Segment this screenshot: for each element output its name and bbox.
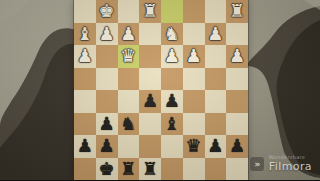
statue-silhouette-right bbox=[244, 0, 320, 180]
square-b2[interactable]: ♟ bbox=[205, 23, 227, 46]
black-rook: ♜ bbox=[139, 158, 161, 181]
white-pawn: ♟ bbox=[74, 45, 96, 68]
square-e1[interactable]: ♜ bbox=[139, 0, 161, 23]
square-h1[interactable] bbox=[74, 0, 96, 23]
white-rook: ♜ bbox=[139, 0, 161, 23]
black-bishop: ♝ bbox=[161, 113, 183, 136]
white-queen: ♛ bbox=[118, 45, 140, 68]
square-e3[interactable] bbox=[139, 45, 161, 68]
white-knight: ♞ bbox=[161, 23, 183, 46]
square-f6[interactable]: ♞ bbox=[118, 113, 140, 136]
square-d1[interactable] bbox=[161, 0, 183, 23]
square-c7[interactable]: ♛ bbox=[183, 135, 205, 158]
square-d6[interactable]: ♝ bbox=[161, 113, 183, 136]
square-a5[interactable] bbox=[226, 90, 248, 113]
square-d5[interactable]: ♟ bbox=[161, 90, 183, 113]
video-frame: ♚♜♜♝♟♟♞♟♟♛♟♟♟♟♟♟♞♝♟♟♛♟♟♚♜♜ » Wondershare… bbox=[0, 0, 320, 180]
square-e6[interactable] bbox=[139, 113, 161, 136]
double-chevron-icon: » bbox=[250, 157, 264, 171]
black-knight: ♞ bbox=[118, 113, 140, 136]
white-pawn: ♟ bbox=[161, 45, 183, 68]
square-a8[interactable] bbox=[226, 158, 248, 181]
square-c5[interactable] bbox=[183, 90, 205, 113]
square-g7[interactable]: ♟ bbox=[96, 135, 118, 158]
square-e7[interactable] bbox=[139, 135, 161, 158]
white-king: ♚ bbox=[96, 0, 118, 23]
square-f4[interactable] bbox=[118, 68, 140, 91]
square-a3[interactable]: ♟ bbox=[226, 45, 248, 68]
watermark-text: Wondershare Filmora bbox=[269, 155, 312, 172]
white-bishop: ♝ bbox=[74, 23, 96, 46]
square-f7[interactable] bbox=[118, 135, 140, 158]
square-e5[interactable]: ♟ bbox=[139, 90, 161, 113]
black-pawn: ♟ bbox=[96, 135, 118, 158]
square-c2[interactable] bbox=[183, 23, 205, 46]
square-h4[interactable] bbox=[74, 68, 96, 91]
white-pawn: ♟ bbox=[183, 45, 205, 68]
statue-silhouette-left bbox=[0, 0, 76, 180]
square-f3[interactable]: ♛ bbox=[118, 45, 140, 68]
square-d8[interactable] bbox=[161, 158, 183, 181]
white-pawn: ♟ bbox=[118, 23, 140, 46]
black-pawn: ♟ bbox=[139, 90, 161, 113]
square-f2[interactable]: ♟ bbox=[118, 23, 140, 46]
black-pawn: ♟ bbox=[96, 113, 118, 136]
white-rook: ♜ bbox=[226, 0, 248, 23]
square-f8[interactable]: ♜ bbox=[118, 158, 140, 181]
square-h6[interactable] bbox=[74, 113, 96, 136]
square-d4[interactable] bbox=[161, 68, 183, 91]
black-rook: ♜ bbox=[118, 158, 140, 181]
square-f5[interactable] bbox=[118, 90, 140, 113]
square-h7[interactable]: ♟ bbox=[74, 135, 96, 158]
square-a7[interactable]: ♟ bbox=[226, 135, 248, 158]
square-h2[interactable]: ♝ bbox=[74, 23, 96, 46]
square-c4[interactable] bbox=[183, 68, 205, 91]
square-g2[interactable]: ♟ bbox=[96, 23, 118, 46]
square-g3[interactable] bbox=[96, 45, 118, 68]
square-b6[interactable] bbox=[205, 113, 227, 136]
square-a6[interactable] bbox=[226, 113, 248, 136]
square-g4[interactable] bbox=[96, 68, 118, 91]
square-b8[interactable] bbox=[205, 158, 227, 181]
square-b3[interactable] bbox=[205, 45, 227, 68]
square-c3[interactable]: ♟ bbox=[183, 45, 205, 68]
square-c1[interactable] bbox=[183, 0, 205, 23]
black-king: ♚ bbox=[96, 158, 118, 181]
square-e8[interactable]: ♜ bbox=[139, 158, 161, 181]
square-b1[interactable] bbox=[205, 0, 227, 23]
black-pawn: ♟ bbox=[74, 135, 96, 158]
square-a2[interactable] bbox=[226, 23, 248, 46]
square-g5[interactable] bbox=[96, 90, 118, 113]
square-a4[interactable] bbox=[226, 68, 248, 91]
square-g8[interactable]: ♚ bbox=[96, 158, 118, 181]
square-f1[interactable] bbox=[118, 0, 140, 23]
square-b7[interactable]: ♟ bbox=[205, 135, 227, 158]
square-h8[interactable] bbox=[74, 158, 96, 181]
square-d2[interactable]: ♞ bbox=[161, 23, 183, 46]
square-h3[interactable]: ♟ bbox=[74, 45, 96, 68]
black-pawn: ♟ bbox=[226, 135, 248, 158]
square-d7[interactable] bbox=[161, 135, 183, 158]
square-e4[interactable] bbox=[139, 68, 161, 91]
square-b5[interactable] bbox=[205, 90, 227, 113]
white-pawn: ♟ bbox=[96, 23, 118, 46]
square-e2[interactable] bbox=[139, 23, 161, 46]
black-pawn: ♟ bbox=[161, 90, 183, 113]
black-queen: ♛ bbox=[183, 135, 205, 158]
square-h5[interactable] bbox=[74, 90, 96, 113]
square-c6[interactable] bbox=[183, 113, 205, 136]
black-pawn: ♟ bbox=[205, 135, 227, 158]
chess-board: ♚♜♜♝♟♟♞♟♟♛♟♟♟♟♟♟♞♝♟♟♛♟♟♚♜♜ bbox=[74, 0, 248, 180]
square-a1[interactable]: ♜ bbox=[226, 0, 248, 23]
watermark-product-label: Filmora bbox=[269, 161, 312, 172]
square-c8[interactable] bbox=[183, 158, 205, 181]
square-b4[interactable] bbox=[205, 68, 227, 91]
square-g1[interactable]: ♚ bbox=[96, 0, 118, 23]
white-pawn: ♟ bbox=[226, 45, 248, 68]
white-pawn: ♟ bbox=[205, 23, 227, 46]
filmora-watermark: » Wondershare Filmora bbox=[250, 155, 312, 172]
square-g6[interactable]: ♟ bbox=[96, 113, 118, 136]
square-d3[interactable]: ♟ bbox=[161, 45, 183, 68]
